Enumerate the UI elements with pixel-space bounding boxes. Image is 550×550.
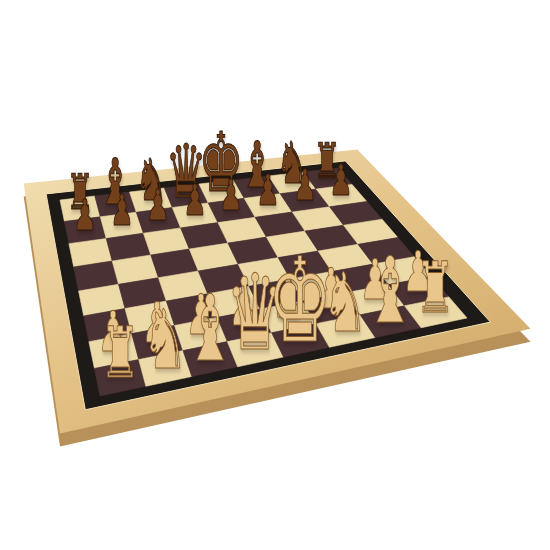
black-pawn-g7: ♟ <box>293 164 317 207</box>
white-bishop-g1: ♝ <box>365 245 416 336</box>
black-pawn-a7: ♟ <box>73 194 97 237</box>
black-pawn-c7: ♟ <box>146 184 170 227</box>
black-pawn-h7: ♟ <box>329 159 353 202</box>
white-rook-a1: ♜ <box>100 319 139 389</box>
black-pawn-b7: ♟ <box>110 189 134 232</box>
black-pawn-d7: ♟ <box>183 179 207 222</box>
black-pawn-e7: ♟ <box>219 174 243 217</box>
white-rook-h1: ♜ <box>416 253 455 323</box>
product-photo-chess-set: ♜♝♞♛♚♝♞♜♟♟♟♟♟♟♟♟♟♟♟♟♟♟♟♟♜♞♝♛♚♞♝♜ <box>0 0 550 550</box>
white-knight-b1: ♞ <box>142 299 188 381</box>
pieces-layer: ♜♝♞♛♚♝♞♜♟♟♟♟♟♟♟♟♟♟♟♟♟♟♟♟♜♞♝♛♚♞♝♜ <box>0 0 550 550</box>
white-knight-f1: ♞ <box>322 262 368 344</box>
black-pawn-f7: ♟ <box>256 169 280 212</box>
